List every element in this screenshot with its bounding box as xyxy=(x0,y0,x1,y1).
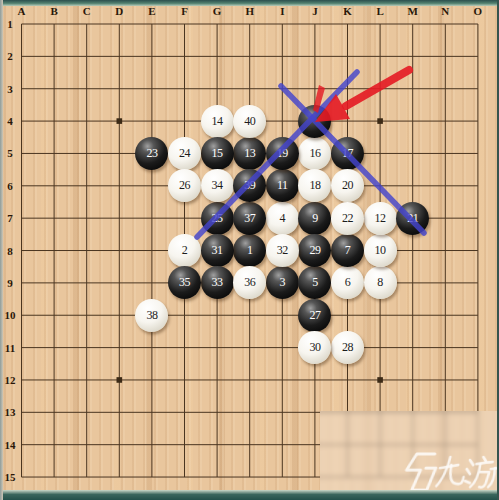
row-label-15: 15 xyxy=(1,471,19,483)
row-label-12: 12 xyxy=(1,374,19,386)
stone-move-number: 6 xyxy=(345,275,351,290)
stone-L8-move-10: 10 xyxy=(364,234,397,267)
stone-move-number: 1 xyxy=(247,243,253,258)
stone-move-number: 34 xyxy=(212,178,223,193)
stone-move-number: 22 xyxy=(342,211,353,226)
stone-move-number: 18 xyxy=(309,178,320,193)
column-label-G: G xyxy=(210,5,224,17)
stone-J8-move-29: 29 xyxy=(298,234,331,267)
row-label-10: 10 xyxy=(1,309,19,321)
stone-L7-move-12: 12 xyxy=(364,202,397,235)
row-label-6: 6 xyxy=(1,180,19,192)
stone-G5-move-15: 15 xyxy=(201,137,234,170)
stone-K7-move-22: 22 xyxy=(331,202,364,235)
stone-I8-move-32: 32 xyxy=(266,234,299,267)
stone-J9-move-5: 5 xyxy=(298,266,331,299)
star-point-L4 xyxy=(377,118,383,124)
stone-move-number: 35 xyxy=(179,275,190,290)
column-label-K: K xyxy=(341,5,355,17)
star-point-L12 xyxy=(377,377,383,383)
stone-move-number: 27 xyxy=(309,308,320,323)
stone-K9-move-6: 6 xyxy=(331,266,364,299)
stone-I5-move-19: 19 xyxy=(266,137,299,170)
frame-edge-top xyxy=(0,0,499,6)
stone-G7-move-25: 25 xyxy=(201,202,234,235)
column-label-F: F xyxy=(178,5,192,17)
row-label-1: 1 xyxy=(1,18,19,30)
stone-move-number: 3 xyxy=(280,275,286,290)
column-label-J: J xyxy=(308,5,322,17)
column-label-N: N xyxy=(438,5,452,17)
column-label-B: B xyxy=(47,5,61,17)
stone-H8-move-1: 1 xyxy=(233,234,266,267)
row-label-5: 5 xyxy=(1,147,19,159)
stone-move-number: 24 xyxy=(179,146,190,161)
stone-J11-move-30: 30 xyxy=(298,331,331,364)
stone-move-number: 25 xyxy=(212,211,223,226)
stone-move-number: 16 xyxy=(309,146,320,161)
row-label-13: 13 xyxy=(1,406,19,418)
stone-K6-move-20: 20 xyxy=(331,169,364,202)
row-label-9: 9 xyxy=(1,277,19,289)
column-label-D: D xyxy=(112,5,126,17)
stone-move-number: 5 xyxy=(312,275,318,290)
star-point-D12 xyxy=(117,377,123,383)
stone-move-number: 15 xyxy=(212,146,223,161)
column-label-H: H xyxy=(243,5,257,17)
row-label-8: 8 xyxy=(1,245,19,257)
stone-I9-move-3: 3 xyxy=(266,266,299,299)
gomoku-board-screenshot: ABCDEFGHIJKLMNO123456789101112131415 123… xyxy=(0,0,499,500)
stone-move-number: 20 xyxy=(342,178,353,193)
stone-F6-move-26: 26 xyxy=(168,169,201,202)
stone-F8-move-2: 2 xyxy=(168,234,201,267)
stone-K5-move-17: 17 xyxy=(331,137,364,170)
stone-F9-move-35: 35 xyxy=(168,266,201,299)
stone-G8-move-31: 31 xyxy=(201,234,234,267)
stone-move-number: 2 xyxy=(182,243,188,258)
frame-edge-left xyxy=(0,0,3,500)
stone-H4-move-40: 40 xyxy=(233,105,266,138)
stone-M7-move-21: 21 xyxy=(396,202,429,235)
stone-move-number: 36 xyxy=(244,275,255,290)
stone-move-number: 26 xyxy=(179,178,190,193)
stone-move-number: 12 xyxy=(375,211,386,226)
stone-J7-move-9: 9 xyxy=(298,202,331,235)
watermark-char-you xyxy=(464,457,499,487)
row-label-4: 4 xyxy=(1,115,19,127)
stone-I6-move-11: 11 xyxy=(266,169,299,202)
stone-move-number: 31 xyxy=(212,243,223,258)
stone-move-number: 28 xyxy=(342,340,353,355)
red-arrow-shaft xyxy=(346,70,409,106)
row-label-3: 3 xyxy=(1,83,19,95)
stone-H9-move-36: 36 xyxy=(233,266,266,299)
stone-E10-move-38: 38 xyxy=(135,299,168,332)
stone-J10-move-27: 27 xyxy=(298,299,331,332)
column-label-I: I xyxy=(275,5,289,17)
frame-edge-bottom xyxy=(0,490,499,500)
stone-move-number: 4 xyxy=(280,211,286,226)
stone-H6-move-39: 39 xyxy=(233,169,266,202)
star-point-D4 xyxy=(117,118,123,124)
stone-L9-move-8: 8 xyxy=(364,266,397,299)
stone-move-number: 38 xyxy=(146,308,157,323)
stone-I7-move-4: 4 xyxy=(266,202,299,235)
stone-move-number: 10 xyxy=(375,243,386,258)
stone-move-number: 29 xyxy=(309,243,320,258)
stone-K11-move-28: 28 xyxy=(331,331,364,364)
stone-E5-move-23: 23 xyxy=(135,137,168,170)
stone-H5-move-13: 13 xyxy=(233,137,266,170)
nine-game-logo-icon xyxy=(404,454,438,490)
stone-K8-move-7: 7 xyxy=(331,234,364,267)
stone-move-number: 40 xyxy=(244,114,255,129)
stone-J4-move-41 xyxy=(298,105,331,138)
stone-move-number: 11 xyxy=(277,178,288,193)
column-label-E: E xyxy=(145,5,159,17)
stone-move-number: 23 xyxy=(146,146,157,161)
stone-move-number: 39 xyxy=(244,178,255,193)
stone-move-number: 19 xyxy=(277,146,288,161)
column-label-L: L xyxy=(373,5,387,17)
stone-move-number: 13 xyxy=(244,146,255,161)
stone-G9-move-33: 33 xyxy=(201,266,234,299)
stone-move-number: 8 xyxy=(377,275,383,290)
row-label-11: 11 xyxy=(1,342,19,354)
column-label-M: M xyxy=(406,5,420,17)
stone-move-number: 14 xyxy=(212,114,223,129)
stone-move-number: 7 xyxy=(345,243,351,258)
stone-G6-move-34: 34 xyxy=(201,169,234,202)
stone-move-number: 17 xyxy=(342,146,353,161)
row-label-14: 14 xyxy=(1,439,19,451)
stone-move-number: 37 xyxy=(244,211,255,226)
stone-F5-move-24: 24 xyxy=(168,137,201,170)
stone-H7-move-37: 37 xyxy=(233,202,266,235)
stone-move-number: 33 xyxy=(212,275,223,290)
stone-J6-move-18: 18 xyxy=(298,169,331,202)
column-label-C: C xyxy=(80,5,94,17)
stone-J5-move-16: 16 xyxy=(298,137,331,170)
stone-move-number: 32 xyxy=(277,243,288,258)
column-label-O: O xyxy=(471,5,485,17)
stone-move-number: 30 xyxy=(309,340,320,355)
row-label-7: 7 xyxy=(1,212,19,224)
row-label-2: 2 xyxy=(1,50,19,62)
stone-move-number: 9 xyxy=(312,211,318,226)
column-label-A: A xyxy=(15,5,29,17)
stone-G4-move-14: 14 xyxy=(201,105,234,138)
stone-move-number: 21 xyxy=(407,211,418,226)
watermark-char-jiu xyxy=(436,457,466,486)
